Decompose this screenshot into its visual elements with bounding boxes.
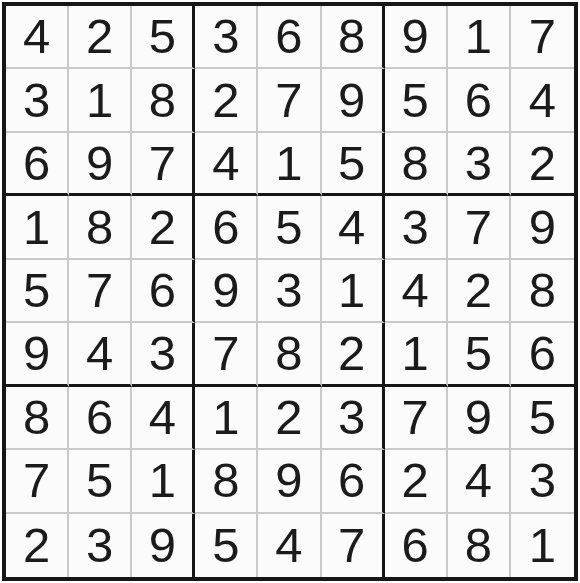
cell-r8c1[interactable]: 7: [6, 450, 69, 513]
cell-r2c9[interactable]: 4: [511, 69, 574, 132]
cell-r8c3[interactable]: 1: [132, 450, 195, 513]
cell-r8c6[interactable]: 6: [322, 450, 385, 513]
cell-r5c8[interactable]: 2: [448, 260, 511, 323]
cell-r1c7[interactable]: 9: [385, 6, 448, 69]
cell-r9c6[interactable]: 7: [322, 514, 385, 577]
cell-r4c3[interactable]: 2: [132, 196, 195, 259]
cell-r1c5[interactable]: 6: [258, 6, 321, 69]
cell-r6c5[interactable]: 8: [258, 323, 321, 386]
cell-r9c5[interactable]: 4: [258, 514, 321, 577]
cell-r2c5[interactable]: 7: [258, 69, 321, 132]
cell-r3c8[interactable]: 3: [448, 133, 511, 196]
cell-r4c1[interactable]: 1: [6, 196, 69, 259]
cell-r3c2[interactable]: 9: [69, 133, 132, 196]
sudoku-board: 4253689173182795646974158321826543795769…: [2, 2, 578, 581]
cell-r9c3[interactable]: 9: [132, 514, 195, 577]
cell-r8c8[interactable]: 4: [448, 450, 511, 513]
cell-r8c7[interactable]: 2: [385, 450, 448, 513]
cell-r1c3[interactable]: 5: [132, 6, 195, 69]
cell-r6c6[interactable]: 2: [322, 323, 385, 386]
cell-r9c2[interactable]: 3: [69, 514, 132, 577]
cell-r4c4[interactable]: 6: [195, 196, 258, 259]
cell-r3c6[interactable]: 5: [322, 133, 385, 196]
cell-r2c8[interactable]: 6: [448, 69, 511, 132]
cell-r9c7[interactable]: 6: [385, 514, 448, 577]
cell-r5c4[interactable]: 9: [195, 260, 258, 323]
cell-r7c3[interactable]: 4: [132, 387, 195, 450]
cell-r1c2[interactable]: 2: [69, 6, 132, 69]
cell-r5c1[interactable]: 5: [6, 260, 69, 323]
cell-r9c9[interactable]: 1: [511, 514, 574, 577]
cell-r1c8[interactable]: 1: [448, 6, 511, 69]
cell-r6c2[interactable]: 4: [69, 323, 132, 386]
cell-r4c8[interactable]: 7: [448, 196, 511, 259]
cell-r7c5[interactable]: 2: [258, 387, 321, 450]
cell-r6c4[interactable]: 7: [195, 323, 258, 386]
cell-r5c5[interactable]: 3: [258, 260, 321, 323]
cell-r5c2[interactable]: 7: [69, 260, 132, 323]
cell-r6c1[interactable]: 9: [6, 323, 69, 386]
cell-r3c9[interactable]: 2: [511, 133, 574, 196]
cell-r8c2[interactable]: 5: [69, 450, 132, 513]
cell-r1c9[interactable]: 7: [511, 6, 574, 69]
cell-r4c9[interactable]: 9: [511, 196, 574, 259]
cell-r7c6[interactable]: 3: [322, 387, 385, 450]
cell-r2c6[interactable]: 9: [322, 69, 385, 132]
cell-r1c1[interactable]: 4: [6, 6, 69, 69]
cell-r2c2[interactable]: 1: [69, 69, 132, 132]
cell-r8c5[interactable]: 9: [258, 450, 321, 513]
cell-r3c7[interactable]: 8: [385, 133, 448, 196]
cell-r3c1[interactable]: 6: [6, 133, 69, 196]
cell-r9c8[interactable]: 8: [448, 514, 511, 577]
cell-r5c3[interactable]: 6: [132, 260, 195, 323]
cell-r7c1[interactable]: 8: [6, 387, 69, 450]
cell-r5c9[interactable]: 8: [511, 260, 574, 323]
cell-r6c3[interactable]: 3: [132, 323, 195, 386]
cell-r2c7[interactable]: 5: [385, 69, 448, 132]
cell-r1c6[interactable]: 8: [322, 6, 385, 69]
cell-r3c4[interactable]: 4: [195, 133, 258, 196]
cell-r2c1[interactable]: 3: [6, 69, 69, 132]
cell-r9c4[interactable]: 5: [195, 514, 258, 577]
cell-r4c7[interactable]: 3: [385, 196, 448, 259]
cell-r4c6[interactable]: 4: [322, 196, 385, 259]
cell-r7c9[interactable]: 5: [511, 387, 574, 450]
cell-r5c6[interactable]: 1: [322, 260, 385, 323]
cell-r7c7[interactable]: 7: [385, 387, 448, 450]
cell-r6c9[interactable]: 6: [511, 323, 574, 386]
cell-r8c4[interactable]: 8: [195, 450, 258, 513]
cell-r7c8[interactable]: 9: [448, 387, 511, 450]
cell-r4c2[interactable]: 8: [69, 196, 132, 259]
cell-r8c9[interactable]: 3: [511, 450, 574, 513]
cell-r2c4[interactable]: 2: [195, 69, 258, 132]
cell-r5c7[interactable]: 4: [385, 260, 448, 323]
cell-r7c2[interactable]: 6: [69, 387, 132, 450]
cell-r7c4[interactable]: 1: [195, 387, 258, 450]
cell-r6c8[interactable]: 5: [448, 323, 511, 386]
cell-r2c3[interactable]: 8: [132, 69, 195, 132]
cell-r1c4[interactable]: 3: [195, 6, 258, 69]
cell-r4c5[interactable]: 5: [258, 196, 321, 259]
cell-r3c5[interactable]: 1: [258, 133, 321, 196]
cell-r6c7[interactable]: 1: [385, 323, 448, 386]
cell-r3c3[interactable]: 7: [132, 133, 195, 196]
cell-r9c1[interactable]: 2: [6, 514, 69, 577]
